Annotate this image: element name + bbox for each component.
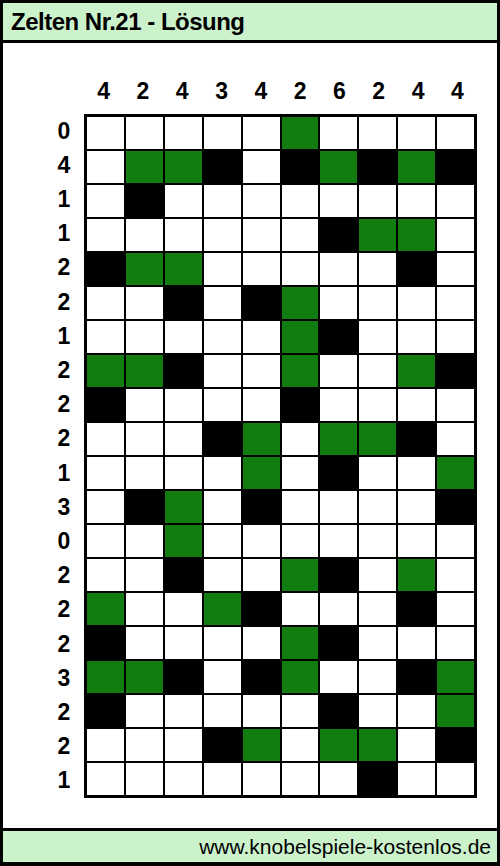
cell-r15c3 [164, 592, 203, 626]
cell-r12c7 [319, 490, 358, 524]
cell-r18c6 [281, 694, 320, 728]
cell-r6c9 [397, 286, 436, 320]
cell-r2c1 [86, 150, 125, 184]
col-clue-9: 4 [398, 77, 437, 109]
cell-r6c5 [242, 286, 281, 320]
board [84, 114, 477, 798]
cell-r6c6 [281, 286, 320, 320]
cell-r11c4 [203, 456, 242, 490]
cell-r8c4 [203, 354, 242, 388]
cell-r3c1 [86, 184, 125, 218]
col-clue-5: 4 [241, 77, 280, 109]
cell-r12c6 [281, 490, 320, 524]
cell-r8c1 [86, 354, 125, 388]
cell-r9c10 [436, 388, 475, 422]
cell-r17c3 [164, 660, 203, 694]
cell-r20c8 [358, 762, 397, 796]
cell-r12c10 [436, 490, 475, 524]
column-clues: 4243426244 [84, 77, 477, 109]
cell-r16c2 [125, 626, 164, 660]
cell-r6c4 [203, 286, 242, 320]
cell-r3c6 [281, 184, 320, 218]
cell-r1c10 [436, 116, 475, 150]
cell-r17c2 [125, 660, 164, 694]
cell-r1c2 [125, 116, 164, 150]
cell-r16c3 [164, 626, 203, 660]
cell-r11c10 [436, 456, 475, 490]
col-clue-8: 2 [359, 77, 398, 109]
cell-r18c2 [125, 694, 164, 728]
cell-r9c8 [358, 388, 397, 422]
cell-r14c4 [203, 558, 242, 592]
cell-r18c8 [358, 694, 397, 728]
cell-r4c3 [164, 218, 203, 252]
cell-r13c10 [436, 524, 475, 558]
cell-r1c4 [203, 116, 242, 150]
cell-r5c8 [358, 252, 397, 286]
cell-r19c6 [281, 728, 320, 762]
col-clue-3: 4 [163, 77, 202, 109]
cell-r10c5 [242, 422, 281, 456]
cell-r7c4 [203, 320, 242, 354]
cell-r5c3 [164, 252, 203, 286]
cell-r10c2 [125, 422, 164, 456]
cell-r14c6 [281, 558, 320, 592]
row-clue-12: 3 [44, 490, 84, 524]
cell-r17c9 [397, 660, 436, 694]
cell-r1c8 [358, 116, 397, 150]
cell-r19c3 [164, 728, 203, 762]
page-title: Zelten Nr.21 - Lösung [11, 8, 245, 36]
cell-r3c10 [436, 184, 475, 218]
cell-r1c1 [86, 116, 125, 150]
cell-r2c4 [203, 150, 242, 184]
cell-r1c3 [164, 116, 203, 150]
cell-r9c1 [86, 388, 125, 422]
cell-r14c7 [319, 558, 358, 592]
row-clue-1: 0 [44, 114, 84, 148]
cell-r15c1 [86, 592, 125, 626]
col-clue-4: 3 [202, 77, 241, 109]
cell-r7c7 [319, 320, 358, 354]
row-clue-3: 1 [44, 182, 84, 216]
cell-r12c1 [86, 490, 125, 524]
cell-r8c10 [436, 354, 475, 388]
cell-r16c6 [281, 626, 320, 660]
row-clue-18: 2 [44, 695, 84, 729]
cell-r15c10 [436, 592, 475, 626]
cell-r14c5 [242, 558, 281, 592]
cell-r12c9 [397, 490, 436, 524]
cell-r4c5 [242, 218, 281, 252]
cell-r2c9 [397, 150, 436, 184]
cell-r7c8 [358, 320, 397, 354]
cell-r8c6 [281, 354, 320, 388]
cell-r2c6 [281, 150, 320, 184]
cell-r9c5 [242, 388, 281, 422]
row-clue-2: 4 [44, 148, 84, 182]
cell-r16c10 [436, 626, 475, 660]
row-clue-17: 3 [44, 661, 84, 695]
cell-r3c3 [164, 184, 203, 218]
cell-r4c10 [436, 218, 475, 252]
cell-r15c7 [319, 592, 358, 626]
cell-r20c6 [281, 762, 320, 796]
cell-r20c5 [242, 762, 281, 796]
cell-r10c7 [319, 422, 358, 456]
cell-r14c10 [436, 558, 475, 592]
cell-r19c4 [203, 728, 242, 762]
cell-r20c9 [397, 762, 436, 796]
row-clue-19: 2 [44, 730, 84, 764]
cell-r5c5 [242, 252, 281, 286]
cell-r15c5 [242, 592, 281, 626]
cell-r17c8 [358, 660, 397, 694]
cell-r18c10 [436, 694, 475, 728]
cell-r15c2 [125, 592, 164, 626]
cell-r12c2 [125, 490, 164, 524]
cell-r7c10 [436, 320, 475, 354]
cell-r2c2 [125, 150, 164, 184]
col-clue-7: 6 [320, 77, 359, 109]
cell-r9c7 [319, 388, 358, 422]
cell-r4c1 [86, 218, 125, 252]
cell-r14c8 [358, 558, 397, 592]
cell-r11c2 [125, 456, 164, 490]
cell-r13c6 [281, 524, 320, 558]
row-clues: 04112212221302223221 [44, 114, 84, 798]
cell-r18c5 [242, 694, 281, 728]
cell-r15c9 [397, 592, 436, 626]
cell-r19c9 [397, 728, 436, 762]
cell-r14c1 [86, 558, 125, 592]
cell-r9c2 [125, 388, 164, 422]
cell-r11c6 [281, 456, 320, 490]
cell-r7c2 [125, 320, 164, 354]
row-clue-16: 2 [44, 627, 84, 661]
cell-r14c2 [125, 558, 164, 592]
cell-r11c7 [319, 456, 358, 490]
cell-r1c6 [281, 116, 320, 150]
row-clue-6: 2 [44, 285, 84, 319]
cell-r2c10 [436, 150, 475, 184]
cell-r19c5 [242, 728, 281, 762]
cell-r18c4 [203, 694, 242, 728]
cell-r4c9 [397, 218, 436, 252]
cell-r8c9 [397, 354, 436, 388]
col-clue-6: 2 [280, 77, 319, 109]
cell-r1c7 [319, 116, 358, 150]
cell-r16c7 [319, 626, 358, 660]
cell-r12c8 [358, 490, 397, 524]
cell-r8c3 [164, 354, 203, 388]
cell-r15c4 [203, 592, 242, 626]
cell-r4c6 [281, 218, 320, 252]
cell-r7c9 [397, 320, 436, 354]
cell-r9c4 [203, 388, 242, 422]
cell-r6c7 [319, 286, 358, 320]
cell-r4c4 [203, 218, 242, 252]
cell-r16c4 [203, 626, 242, 660]
cell-r7c1 [86, 320, 125, 354]
cell-r20c3 [164, 762, 203, 796]
cell-r10c1 [86, 422, 125, 456]
row-clue-20: 1 [44, 764, 84, 798]
cell-r9c3 [164, 388, 203, 422]
cell-r15c8 [358, 592, 397, 626]
cell-r6c2 [125, 286, 164, 320]
cell-r10c9 [397, 422, 436, 456]
cell-r5c10 [436, 252, 475, 286]
cell-r5c1 [86, 252, 125, 286]
cell-r6c8 [358, 286, 397, 320]
cell-r16c9 [397, 626, 436, 660]
cell-r6c10 [436, 286, 475, 320]
cell-r20c2 [125, 762, 164, 796]
cell-r19c8 [358, 728, 397, 762]
cell-r20c10 [436, 762, 475, 796]
cell-r16c8 [358, 626, 397, 660]
cell-r13c3 [164, 524, 203, 558]
cell-r3c8 [358, 184, 397, 218]
cell-r10c3 [164, 422, 203, 456]
cell-r7c3 [164, 320, 203, 354]
cell-r4c7 [319, 218, 358, 252]
cell-r16c5 [242, 626, 281, 660]
cell-r2c8 [358, 150, 397, 184]
row-clue-9: 2 [44, 388, 84, 422]
cell-r11c9 [397, 456, 436, 490]
cell-r4c2 [125, 218, 164, 252]
cell-r5c9 [397, 252, 436, 286]
cell-r9c6 [281, 388, 320, 422]
row-clue-5: 2 [44, 251, 84, 285]
cell-r11c5 [242, 456, 281, 490]
cell-r1c9 [397, 116, 436, 150]
footer-url: www.knobelspiele-kostenlos.de [199, 835, 491, 859]
row-clue-8: 2 [44, 353, 84, 387]
cell-r18c3 [164, 694, 203, 728]
cell-r11c3 [164, 456, 203, 490]
cell-r13c8 [358, 524, 397, 558]
cell-r6c1 [86, 286, 125, 320]
cell-r20c1 [86, 762, 125, 796]
cell-r3c4 [203, 184, 242, 218]
title-bar: Zelten Nr.21 - Lösung [3, 3, 497, 43]
cell-r10c4 [203, 422, 242, 456]
cell-r2c3 [164, 150, 203, 184]
cell-r20c4 [203, 762, 242, 796]
cell-r17c10 [436, 660, 475, 694]
cell-r7c6 [281, 320, 320, 354]
cell-r3c9 [397, 184, 436, 218]
cell-r18c1 [86, 694, 125, 728]
cell-r16c1 [86, 626, 125, 660]
cell-r5c6 [281, 252, 320, 286]
cell-r2c5 [242, 150, 281, 184]
cell-r19c10 [436, 728, 475, 762]
cell-r19c7 [319, 728, 358, 762]
cell-r18c9 [397, 694, 436, 728]
cell-r9c9 [397, 388, 436, 422]
cell-r11c8 [358, 456, 397, 490]
cell-r3c5 [242, 184, 281, 218]
cell-r13c5 [242, 524, 281, 558]
cell-r13c2 [125, 524, 164, 558]
cell-r17c7 [319, 660, 358, 694]
col-clue-1: 4 [84, 77, 123, 109]
row-clue-15: 2 [44, 593, 84, 627]
cell-r1c5 [242, 116, 281, 150]
cell-r13c9 [397, 524, 436, 558]
row-clue-14: 2 [44, 559, 84, 593]
puzzle-page: Zelten Nr.21 - Lösung 4243426244 0411221… [0, 0, 500, 866]
row-clue-4: 1 [44, 217, 84, 251]
cell-r4c8 [358, 218, 397, 252]
cell-r13c7 [319, 524, 358, 558]
cell-r14c3 [164, 558, 203, 592]
cell-r15c6 [281, 592, 320, 626]
cell-r3c7 [319, 184, 358, 218]
cell-r8c8 [358, 354, 397, 388]
cell-r19c1 [86, 728, 125, 762]
cell-r17c4 [203, 660, 242, 694]
row-clue-10: 2 [44, 422, 84, 456]
cell-r17c5 [242, 660, 281, 694]
cell-r7c5 [242, 320, 281, 354]
cell-r2c7 [319, 150, 358, 184]
row-clue-7: 1 [44, 319, 84, 353]
cell-r18c7 [319, 694, 358, 728]
cell-r8c5 [242, 354, 281, 388]
col-clue-2: 2 [123, 77, 162, 109]
cell-r8c2 [125, 354, 164, 388]
cell-r5c2 [125, 252, 164, 286]
cell-r12c3 [164, 490, 203, 524]
cell-r17c6 [281, 660, 320, 694]
cell-r13c4 [203, 524, 242, 558]
cell-r5c4 [203, 252, 242, 286]
cell-r3c2 [125, 184, 164, 218]
cell-r20c7 [319, 762, 358, 796]
cell-r12c4 [203, 490, 242, 524]
cell-r11c1 [86, 456, 125, 490]
cell-r8c7 [319, 354, 358, 388]
row-clue-13: 0 [44, 524, 84, 558]
cell-r13c1 [86, 524, 125, 558]
footer-bar: www.knobelspiele-kostenlos.de [3, 828, 497, 866]
col-clue-10: 4 [438, 77, 477, 109]
cell-r17c1 [86, 660, 125, 694]
row-clue-11: 1 [44, 456, 84, 490]
cell-r14c9 [397, 558, 436, 592]
cell-r19c2 [125, 728, 164, 762]
cell-r10c8 [358, 422, 397, 456]
cell-r5c7 [319, 252, 358, 286]
cell-r12c5 [242, 490, 281, 524]
cell-r10c6 [281, 422, 320, 456]
cell-r10c10 [436, 422, 475, 456]
cell-r6c3 [164, 286, 203, 320]
